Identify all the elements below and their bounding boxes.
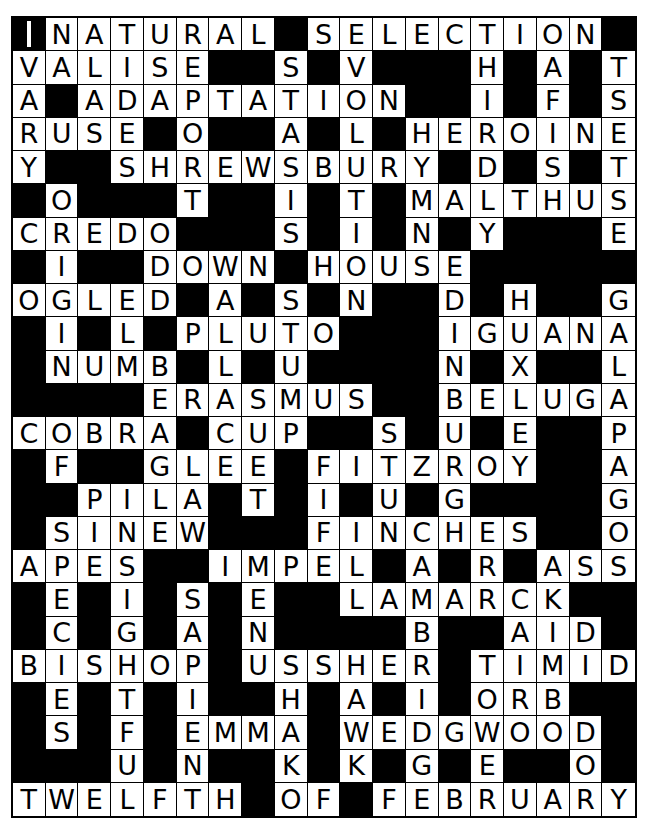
letter-cell[interactable]: A: [439, 583, 472, 616]
black-cell: [373, 351, 406, 384]
letter-cell[interactable]: L: [340, 118, 373, 151]
letter-cell[interactable]: U: [78, 351, 111, 384]
letter-cell[interactable]: A: [13, 550, 46, 583]
letter-cell[interactable]: A: [209, 384, 242, 417]
letter-cell[interactable]: R: [177, 18, 210, 51]
letter-cell[interactable]: Y: [471, 218, 504, 251]
letter-cell[interactable]: E: [504, 417, 537, 450]
letter-cell[interactable]: S: [275, 151, 308, 184]
letter-cell[interactable]: E: [111, 118, 144, 151]
letter-cell[interactable]: O: [275, 783, 308, 816]
letter-cell[interactable]: D: [570, 617, 603, 650]
letter-cell[interactable]: L: [111, 783, 144, 816]
letter-cell[interactable]: O: [537, 716, 570, 749]
letter-cell[interactable]: A: [275, 118, 308, 151]
black-cell: [275, 18, 308, 51]
letter-cell[interactable]: E: [78, 550, 111, 583]
letter-cell[interactable]: N: [242, 251, 275, 284]
letter-cell[interactable]: G: [111, 617, 144, 650]
letter-cell[interactable]: O: [177, 251, 210, 284]
letter-cell[interactable]: N: [242, 617, 275, 650]
letter-cell[interactable]: E: [373, 716, 406, 749]
letter-cell[interactable]: D: [111, 218, 144, 251]
letter-cell[interactable]: E: [78, 218, 111, 251]
letter-cell[interactable]: I: [46, 650, 79, 683]
letter-cell[interactable]: D: [570, 716, 603, 749]
letter-cell[interactable]: F: [308, 783, 341, 816]
letter-cell[interactable]: H: [537, 184, 570, 217]
letter-cell[interactable]: R: [471, 550, 504, 583]
letter-cell[interactable]: I: [78, 517, 111, 550]
letter-cell[interactable]: H: [144, 151, 177, 184]
letter-cell[interactable]: L: [373, 18, 406, 51]
letter-cell[interactable]: W: [46, 783, 79, 816]
letter-cell[interactable]: S: [78, 650, 111, 683]
letter-cell[interactable]: M: [406, 184, 439, 217]
letter-cell[interactable]: U: [242, 417, 275, 450]
letter-cell[interactable]: S: [602, 184, 635, 217]
letter-cell[interactable]: W: [242, 151, 275, 184]
letter-cell[interactable]: V: [13, 51, 46, 84]
letter-cell[interactable]: O: [46, 417, 79, 450]
letter-cell[interactable]: T: [275, 85, 308, 118]
letter-cell[interactable]: D: [144, 251, 177, 284]
letter-cell[interactable]: A: [209, 284, 242, 317]
letter-cell[interactable]: I: [177, 683, 210, 716]
letter-cell[interactable]: G: [46, 284, 79, 317]
letter-cell[interactable]: L: [602, 351, 635, 384]
letter-cell[interactable]: E: [471, 517, 504, 550]
letter-cell[interactable]: D: [602, 650, 635, 683]
letter-cell[interactable]: R: [471, 583, 504, 616]
letter-cell[interactable]: O: [471, 683, 504, 716]
letter-cell[interactable]: P: [177, 650, 210, 683]
letter-cell[interactable]: A: [144, 85, 177, 118]
letter-cell[interactable]: T: [111, 683, 144, 716]
letter-cell[interactable]: M: [209, 716, 242, 749]
letter-cell[interactable]: F: [373, 783, 406, 816]
letter-cell[interactable]: A: [602, 317, 635, 350]
letter-cell[interactable]: O: [504, 118, 537, 151]
letter-cell[interactable]: S: [275, 650, 308, 683]
letter-cell[interactable]: I: [340, 517, 373, 550]
letter-cell[interactable]: M: [275, 384, 308, 417]
letter-cell[interactable]: S: [275, 284, 308, 317]
letter-cell[interactable]: H: [340, 650, 373, 683]
letter-cell[interactable]: A: [537, 51, 570, 84]
letter-cell[interactable]: E: [602, 218, 635, 251]
letter-cell[interactable]: A: [13, 85, 46, 118]
letter-cell[interactable]: S: [111, 151, 144, 184]
letter-cell[interactable]: T: [209, 85, 242, 118]
letter-cell[interactable]: Y: [13, 151, 46, 184]
letter-cell[interactable]: O: [308, 317, 341, 350]
letter-cell[interactable]: O: [340, 85, 373, 118]
letter-cell[interactable]: A: [406, 550, 439, 583]
letter-cell[interactable]: A: [504, 617, 537, 650]
black-cell: [13, 184, 46, 217]
letter-cell[interactable]: S: [275, 51, 308, 84]
letter-cell[interactable]: I: [209, 550, 242, 583]
letter-cell[interactable]: E: [471, 384, 504, 417]
letter-cell[interactable]: N: [570, 317, 603, 350]
letter-cell[interactable]: H: [308, 251, 341, 284]
letter-cell[interactable]: P: [177, 317, 210, 350]
letter-cell[interactable]: Y: [406, 151, 439, 184]
letter-cell[interactable]: E: [209, 450, 242, 483]
letter-cell[interactable]: S: [308, 650, 341, 683]
letter-cell[interactable]: S: [177, 583, 210, 616]
letter-cell[interactable]: S: [275, 218, 308, 251]
letter-cell[interactable]: E: [471, 750, 504, 783]
letter-cell[interactable]: L: [340, 550, 373, 583]
letter-cell[interactable]: T: [340, 184, 373, 217]
letter-cell[interactable]: S: [46, 716, 79, 749]
letter-cell[interactable]: A: [537, 550, 570, 583]
letter-cell[interactable]: G: [439, 484, 472, 517]
letter-cell[interactable]: S: [570, 550, 603, 583]
letter-cell[interactable]: I: [504, 650, 537, 683]
letter-cell[interactable]: T: [242, 484, 275, 517]
letter-cell[interactable]: R: [111, 417, 144, 450]
letter-cell[interactable]: H: [406, 118, 439, 151]
letter-cell[interactable]: R: [177, 151, 210, 184]
letter-cell[interactable]: I: [275, 184, 308, 217]
black-cell: [406, 351, 439, 384]
letter-cell[interactable]: F: [144, 783, 177, 816]
letter-cell[interactable]: I: [340, 450, 373, 483]
letter-cell[interactable]: A: [46, 51, 79, 84]
letter-cell[interactable]: U: [242, 317, 275, 350]
letter-cell[interactable]: K: [537, 583, 570, 616]
letter-cell[interactable]: G: [570, 384, 603, 417]
letter-cell[interactable]: I: [406, 683, 439, 716]
letter-cell[interactable]: N: [340, 284, 373, 317]
letter-cell[interactable]: O: [570, 750, 603, 783]
letter-cell[interactable]: N: [46, 351, 79, 384]
letter-cell[interactable]: L: [144, 484, 177, 517]
letter-cell[interactable]: W: [340, 716, 373, 749]
letter-cell[interactable]: E: [242, 450, 275, 483]
letter-cell[interactable]: S: [537, 151, 570, 184]
letter-cell[interactable]: R: [373, 151, 406, 184]
letter-cell[interactable]: F: [111, 716, 144, 749]
letter-cell[interactable]: D: [439, 284, 472, 317]
letter-cell[interactable]: A: [537, 783, 570, 816]
letter-cell[interactable]: L: [242, 18, 275, 51]
letter-cell[interactable]: S: [504, 517, 537, 550]
letter-cell[interactable]: L: [111, 317, 144, 350]
letter-cell[interactable]: L: [340, 583, 373, 616]
letter-cell[interactable]: G: [144, 450, 177, 483]
letter-cell[interactable]: D: [111, 85, 144, 118]
letter-cell[interactable]: P: [275, 550, 308, 583]
black-cell: [78, 151, 111, 184]
letter-cell[interactable]: L: [177, 450, 210, 483]
letter-cell[interactable]: B: [406, 617, 439, 650]
letter-cell[interactable]: I: [46, 251, 79, 284]
letter-cell[interactable]: O: [13, 284, 46, 317]
letter-cell[interactable]: U: [504, 783, 537, 816]
letter-cell[interactable]: F: [308, 517, 341, 550]
letter-cell[interactable]: B: [439, 783, 472, 816]
letter-cell[interactable]: E: [78, 783, 111, 816]
letter-cell[interactable]: F: [308, 450, 341, 483]
letter-cell[interactable]: I: [308, 484, 341, 517]
letter-cell[interactable]: I: [111, 484, 144, 517]
letter-cell[interactable]: G: [406, 750, 439, 783]
letter-cell[interactable]: M: [537, 650, 570, 683]
letter-cell[interactable]: B: [78, 417, 111, 450]
letter-cell[interactable]: U: [111, 750, 144, 783]
letter-cell[interactable]: N: [373, 85, 406, 118]
letter-cell[interactable]: D: [471, 151, 504, 184]
black-cell: [340, 783, 373, 816]
letter-cell[interactable]: I: [504, 18, 537, 51]
letter-cell[interactable]: F: [46, 450, 79, 483]
letter-cell[interactable]: A: [537, 317, 570, 350]
letter-cell[interactable]: I: [111, 583, 144, 616]
black-cell: [144, 716, 177, 749]
letter-cell[interactable]: T: [373, 450, 406, 483]
letter-cell[interactable]: E: [144, 384, 177, 417]
letter-cell[interactable]: S: [46, 517, 79, 550]
letter-cell[interactable]: G: [439, 716, 472, 749]
letter-cell[interactable]: I: [308, 85, 341, 118]
letter-cell[interactable]: O: [504, 716, 537, 749]
letter-cell[interactable]: H: [439, 517, 472, 550]
letter-cell[interactable]: S: [602, 85, 635, 118]
letter-cell[interactable]: E: [439, 118, 472, 151]
letter-cell[interactable]: C: [439, 18, 472, 51]
letter-cell[interactable]: H: [275, 683, 308, 716]
letter-cell[interactable]: E: [406, 18, 439, 51]
letter-cell[interactable]: R: [177, 384, 210, 417]
letter-cell[interactable]: H: [471, 51, 504, 84]
letter-cell[interactable]: A: [144, 417, 177, 450]
letter-cell[interactable]: B: [439, 384, 472, 417]
letter-cell[interactable]: T: [471, 650, 504, 683]
letter-cell[interactable]: R: [504, 683, 537, 716]
letter-cell[interactable]: C: [209, 417, 242, 450]
letter-cell[interactable]: M: [406, 583, 439, 616]
letter-cell[interactable]: B: [308, 151, 341, 184]
letter-cell[interactable]: F: [537, 85, 570, 118]
letter-cell[interactable]: P: [78, 484, 111, 517]
letter-cell[interactable]: V: [340, 51, 373, 84]
black-cell: [373, 384, 406, 417]
letter-cell[interactable]: A: [275, 716, 308, 749]
letter-cell[interactable]: I: [570, 650, 603, 683]
letter-cell[interactable]: P: [602, 417, 635, 450]
letter-cell[interactable]: C: [504, 583, 537, 616]
letter-cell[interactable]: A: [209, 18, 242, 51]
letter-cell[interactable]: T: [602, 151, 635, 184]
letter-cell[interactable]: N: [46, 18, 79, 51]
letter-cell[interactable]: N: [111, 517, 144, 550]
letter-cell[interactable]: E: [242, 583, 275, 616]
letter-cell[interactable]: I: [340, 218, 373, 251]
letter-cell[interactable]: B: [144, 351, 177, 384]
letter-cell[interactable]: M: [242, 550, 275, 583]
letter-cell[interactable]: S: [602, 550, 635, 583]
letter-cell[interactable]: R: [439, 450, 472, 483]
letter-cell[interactable]: Y: [504, 450, 537, 483]
letter-cell[interactable]: A: [439, 184, 472, 217]
letter-cell[interactable]: E: [209, 151, 242, 184]
letter-cell[interactable]: I: [46, 317, 79, 350]
letter-cell[interactable]: H: [111, 650, 144, 683]
letter-cell[interactable]: U: [275, 351, 308, 384]
letter-cell[interactable]: T: [602, 51, 635, 84]
letter-cell[interactable]: A: [242, 85, 275, 118]
letter-cell[interactable]: U: [242, 650, 275, 683]
letter-cell[interactable]: E: [439, 251, 472, 284]
letter-cell[interactable]: R: [471, 118, 504, 151]
letter-cell[interactable]: O: [340, 251, 373, 284]
letter-cell[interactable]: L: [209, 317, 242, 350]
letter-cell[interactable]: A: [78, 85, 111, 118]
letter-cell[interactable]: N: [177, 750, 210, 783]
letter-cell[interactable]: L: [209, 351, 242, 384]
letter-cell[interactable]: C: [13, 218, 46, 251]
letter-cell[interactable]: D: [144, 284, 177, 317]
letter-cell[interactable]: O: [46, 184, 79, 217]
letter-cell[interactable]: T: [177, 184, 210, 217]
letter-cell[interactable]: W: [471, 716, 504, 749]
letter-cell[interactable]: T: [111, 18, 144, 51]
letter-cell[interactable]: T: [13, 783, 46, 816]
letter-cell[interactable]: O: [144, 218, 177, 251]
letter-cell[interactable]: S: [111, 550, 144, 583]
letter-cell[interactable]: E: [46, 583, 79, 616]
letter-cell[interactable]: U: [46, 118, 79, 151]
letter-cell[interactable]: G: [602, 484, 635, 517]
letter-cell[interactable]: E: [340, 18, 373, 51]
letter-cell[interactable]: U: [504, 317, 537, 350]
letter-cell[interactable]: W: [177, 517, 210, 550]
letter-cell[interactable]: S: [406, 251, 439, 284]
letter-cell[interactable]: U: [308, 384, 341, 417]
letter-cell[interactable]: D: [406, 716, 439, 749]
letter-cell[interactable]: N: [439, 351, 472, 384]
black-cell: [209, 683, 242, 716]
letter-cell[interactable]: G: [602, 284, 635, 317]
letter-cell[interactable]: E: [177, 51, 210, 84]
letter-cell[interactable]: K: [275, 750, 308, 783]
letter-cell[interactable]: I: [471, 85, 504, 118]
letter-cell[interactable]: E: [46, 683, 79, 716]
letter-cell[interactable]: M: [242, 716, 275, 749]
letter-cell[interactable]: E: [406, 783, 439, 816]
letter-cell[interactable]: H: [209, 783, 242, 816]
letter-cell[interactable]: E: [111, 284, 144, 317]
letter-cell[interactable]: O: [602, 517, 635, 550]
letter-cell[interactable]: C: [46, 617, 79, 650]
letter-cell[interactable]: R: [471, 783, 504, 816]
letter-cell[interactable]: A: [340, 683, 373, 716]
letter-cell[interactable]: U: [373, 484, 406, 517]
letter-cell[interactable]: O: [471, 450, 504, 483]
letter-cell[interactable]: U: [439, 417, 472, 450]
letter-cell[interactable]: N: [373, 517, 406, 550]
letter-cell[interactable]: U: [537, 384, 570, 417]
letter-cell[interactable]: P: [46, 550, 79, 583]
letter-cell[interactable]: E: [144, 517, 177, 550]
letter-cell[interactable]: R: [406, 650, 439, 683]
letter-cell[interactable]: A: [78, 18, 111, 51]
letter-cell[interactable]: L: [78, 284, 111, 317]
letter-cell[interactable]: S: [340, 384, 373, 417]
letter-cell[interactable]: S: [78, 118, 111, 151]
letter-cell[interactable]: W: [209, 251, 242, 284]
letter-cell[interactable]: O: [177, 118, 210, 151]
black-cell: [78, 617, 111, 650]
letter-cell[interactable]: O: [144, 650, 177, 683]
letter-cell[interactable]: N: [570, 18, 603, 51]
letter-cell[interactable]: X: [504, 351, 537, 384]
letter-cell[interactable]: I: [537, 118, 570, 151]
letter-cell[interactable]: K: [340, 750, 373, 783]
letter-cell[interactable]: E: [373, 650, 406, 683]
letter-cell[interactable]: T: [471, 18, 504, 51]
letter-cell[interactable]: E: [308, 550, 341, 583]
letter-cell[interactable]: E: [602, 118, 635, 151]
letter-cell[interactable]: A: [602, 450, 635, 483]
letter-cell[interactable]: Z: [406, 450, 439, 483]
letter-cell[interactable]: P: [177, 85, 210, 118]
letter-cell[interactable]: R: [13, 118, 46, 151]
letter-cell[interactable]: A: [177, 617, 210, 650]
letter-cell[interactable]: S: [373, 417, 406, 450]
letter-cell[interactable]: A: [373, 583, 406, 616]
letter-cell[interactable]: Y: [602, 783, 635, 816]
letter-cell[interactable]: R: [570, 783, 603, 816]
letter-cell[interactable]: L: [504, 384, 537, 417]
letter-cell[interactable]: L: [471, 184, 504, 217]
letter-cell[interactable]: L: [78, 51, 111, 84]
letter-cell[interactable]: E: [177, 716, 210, 749]
letter-cell[interactable]: C: [406, 517, 439, 550]
letter-cell[interactable]: T: [504, 184, 537, 217]
letter-cell[interactable]: S: [242, 384, 275, 417]
letter-cell[interactable]: O: [537, 18, 570, 51]
letter-cell[interactable]: S: [308, 18, 341, 51]
letter-cell[interactable]: A: [177, 484, 210, 517]
letter-cell[interactable]: U: [373, 251, 406, 284]
letter-cell[interactable]: H: [504, 284, 537, 317]
letter-cell[interactable]: T: [177, 783, 210, 816]
letter-cell[interactable]: A: [602, 384, 635, 417]
letter-cell[interactable]: I: [439, 317, 472, 350]
letter-cell[interactable]: G: [471, 317, 504, 350]
letter-cell[interactable]: S: [144, 51, 177, 84]
letter-cell[interactable]: U: [570, 184, 603, 217]
letter-cell[interactable]: T: [275, 317, 308, 350]
letter-cell[interactable]: I: [537, 617, 570, 650]
letter-cell[interactable]: N: [406, 218, 439, 251]
letter-cell[interactable]: I: [111, 51, 144, 84]
letter-cell[interactable]: U: [340, 151, 373, 184]
letter-cell[interactable]: B: [537, 683, 570, 716]
letter-cell[interactable]: P: [275, 417, 308, 450]
letter-cell[interactable]: R: [46, 218, 79, 251]
letter-cell[interactable]: U: [144, 18, 177, 51]
letter-cell[interactable]: N: [570, 118, 603, 151]
letter-cell[interactable]: B: [13, 650, 46, 683]
letter-cell[interactable]: C: [13, 417, 46, 450]
letter-cell[interactable]: M: [111, 351, 144, 384]
